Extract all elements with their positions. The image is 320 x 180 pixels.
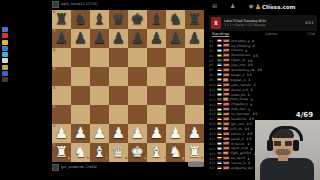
square-h6[interactable]	[185, 48, 204, 67]
piece-black-bishop: ♝	[90, 10, 109, 29]
black-player-name: dark_horse21 (2716)	[61, 2, 98, 6]
square-e3[interactable]	[128, 105, 147, 124]
square-d1[interactable]: ♛d	[109, 143, 128, 162]
square-g4[interactable]	[166, 86, 185, 105]
square-b8[interactable]: ♞	[71, 10, 90, 29]
country-flag-icon	[218, 64, 222, 67]
square-h4[interactable]	[185, 86, 204, 105]
player-username: bogdan_d	[230, 78, 246, 82]
player-username: oleks_bk	[231, 92, 245, 96]
app-icon-6[interactable]	[2, 58, 8, 63]
player-score: 3	[253, 83, 255, 87]
title-badge: GM	[223, 68, 230, 71]
coord-file-h: h	[201, 156, 203, 160]
piece-black-knight: ♞	[166, 10, 185, 29]
country-flag-icon	[218, 122, 222, 125]
player-score: 3.5	[257, 68, 262, 72]
square-f3[interactable]	[147, 105, 166, 124]
pawn-icon[interactable]: ♟	[230, 3, 235, 9]
coord-rank-1: 1	[53, 143, 55, 147]
player-score: 3	[248, 107, 250, 111]
stream-score-overlay: 4/69	[283, 111, 313, 119]
player-username: platy_three	[230, 97, 248, 101]
player-score: 3.5	[248, 63, 253, 67]
piece-white-pawn: ♟	[166, 124, 185, 143]
title-badge: GM	[223, 112, 230, 115]
coord-file-a: a	[68, 156, 70, 160]
square-c6[interactable]	[90, 48, 109, 67]
player-score: 2	[248, 142, 250, 146]
standings-rank: #24	[209, 151, 216, 155]
country-flag-icon	[218, 59, 222, 62]
standings-rank: #26	[209, 161, 216, 165]
piece-black-bishop: ♝	[147, 10, 166, 29]
piece-white-pawn: ♟	[147, 124, 166, 143]
app-icon-2[interactable]	[2, 33, 8, 38]
country-flag-icon	[218, 167, 222, 170]
square-e5[interactable]	[128, 67, 147, 86]
piece-black-rook: ♜	[185, 10, 204, 29]
title-badge: GM	[223, 88, 230, 91]
square-b3[interactable]	[71, 105, 90, 124]
player-score: 2.5	[249, 117, 254, 121]
square-a8[interactable]: ♜8	[52, 10, 71, 29]
headphones-right-cup	[293, 140, 299, 151]
square-d4[interactable]	[109, 86, 128, 105]
piece-black-pawn: ♟	[71, 29, 90, 48]
subtab-games[interactable]: Games	[265, 32, 277, 37]
standings-rank: #22	[209, 142, 216, 146]
title-badge: IM	[223, 78, 228, 81]
piece-black-king: ♚	[128, 10, 147, 29]
player-score: 3	[250, 88, 252, 92]
player-score: 3	[251, 97, 253, 101]
streamer-torso	[260, 158, 314, 180]
standings-rank: #25	[209, 156, 216, 160]
top-player-bar: dark_horse21 (2716)	[52, 0, 134, 8]
player-username: mitrabha_g	[231, 38, 249, 42]
title-badge: GM	[223, 166, 230, 169]
country-flag-icon	[218, 98, 222, 101]
coord-file-e: e	[144, 156, 146, 160]
standings-rank: #19	[209, 127, 216, 131]
country-flag-icon	[218, 73, 222, 76]
standings-rank: #21	[209, 137, 216, 141]
title-badge: GM	[223, 103, 230, 106]
player-username: tal_spirit	[231, 156, 245, 160]
square-c5[interactable]	[90, 67, 109, 86]
title-badge: GM	[223, 63, 230, 66]
player-username: tigran_lp	[231, 58, 245, 62]
piece-black-queen: ♛	[109, 10, 128, 29]
title-badge: GM	[223, 93, 230, 96]
coord-rank-8: 8	[53, 10, 55, 14]
country-flag-icon	[218, 132, 222, 135]
glasses-right-lens	[285, 141, 292, 146]
player-username: msb_two	[231, 107, 245, 111]
player-username: endgame_wiz	[231, 166, 253, 170]
square-e8[interactable]: ♚	[128, 10, 147, 29]
headphones-left-cup	[267, 140, 273, 151]
coord-file-d: d	[125, 156, 127, 160]
square-g5[interactable]	[166, 67, 185, 86]
black-player-avatar	[52, 1, 59, 8]
square-h7[interactable]: ♟	[185, 29, 204, 48]
square-h3[interactable]	[185, 105, 204, 124]
square-c7[interactable]: ♟	[90, 29, 109, 48]
player-score: 2	[248, 161, 250, 165]
white-player-name: gm_streamer (2984)	[61, 165, 97, 169]
app-icon-4[interactable]	[2, 46, 8, 51]
tournament-header[interactable]: ♜ Late-Titled-Tuesday-Blitz 3 | 1 • Swis…	[209, 15, 317, 31]
headphones-band	[269, 126, 303, 141]
player-score: 2	[251, 146, 253, 150]
coord-rank-2: 2	[53, 124, 55, 128]
player-username: tt_falcon	[231, 141, 245, 145]
square-g1[interactable]: ♞g	[166, 143, 185, 162]
tournament-meta: 3 | 1 • Swiss • 11 Rounds	[224, 23, 261, 25]
square-f6[interactable]	[147, 48, 166, 67]
player-username: rapid_rook	[231, 146, 248, 150]
player-score: 3	[250, 102, 252, 106]
square-b6[interactable]	[71, 48, 90, 67]
square-c8[interactable]: ♝	[90, 10, 109, 29]
standings-rank: #2	[209, 44, 216, 48]
player-score: 2.5	[247, 132, 252, 136]
player-username: zhigalko_s	[231, 102, 248, 106]
square-a2[interactable]: ♟2	[52, 124, 71, 143]
player-username: sergei_z	[231, 73, 244, 77]
country-flag-icon	[218, 113, 222, 116]
player-score: 3.5	[253, 53, 258, 57]
standings-rank: #27	[209, 166, 216, 170]
player-score: 3.5	[247, 73, 252, 77]
title-badge: GM	[223, 44, 230, 47]
square-b1[interactable]: ♞b	[71, 143, 90, 162]
title-badge: IM	[223, 151, 228, 154]
square-h8[interactable]: ♜	[185, 10, 204, 29]
player-username: duranduvan	[231, 53, 251, 57]
square-g7[interactable]: ♟	[166, 29, 185, 48]
country-flag-icon	[218, 162, 222, 165]
square-a4[interactable]: 4	[52, 86, 71, 105]
app-icon-1[interactable]	[2, 27, 8, 32]
title-badge: GM	[223, 137, 230, 140]
tournament-info: Late-Titled-Tuesday-Blitz 3 | 1 • Swiss …	[224, 19, 298, 27]
player-score: 2.5	[247, 122, 252, 126]
square-d8[interactable]: ♛	[109, 10, 128, 29]
country-flag-icon	[218, 118, 222, 121]
country-flag-icon	[218, 78, 222, 81]
standings-rank: #12	[209, 93, 216, 97]
coord-rank-4: 4	[53, 86, 55, 90]
square-c2[interactable]: ♟	[90, 124, 109, 143]
title-badge: IM	[223, 127, 228, 130]
square-g6[interactable]	[166, 48, 185, 67]
standings-rank: #10	[209, 83, 216, 87]
square-f1[interactable]: ♝f	[147, 143, 166, 162]
country-flag-icon	[218, 54, 222, 57]
title-badge: IM	[223, 98, 228, 101]
square-f2[interactable]: ♟	[147, 124, 166, 143]
standings-rank: #7	[209, 68, 216, 72]
standings-rank: #17	[209, 117, 216, 121]
standings-rank: #8	[209, 73, 216, 77]
app-icon-9[interactable]	[2, 77, 8, 82]
square-e1[interactable]: ♚e	[128, 143, 147, 162]
country-flag-icon	[218, 142, 222, 145]
title-badge: GM	[223, 39, 230, 42]
square-b2[interactable]: ♟	[71, 124, 90, 143]
standings-rank: #1	[209, 39, 216, 43]
square-h2[interactable]: ♟	[185, 124, 204, 143]
square-f8[interactable]: ♝	[147, 10, 166, 29]
player-username: nihalov	[231, 48, 243, 52]
square-a7[interactable]: ♟7	[52, 29, 71, 48]
square-b4[interactable]	[71, 86, 90, 105]
square-d5[interactable]	[109, 67, 128, 86]
square-a1[interactable]: ♜1a	[52, 143, 71, 162]
player-username: night_gambit	[230, 151, 251, 155]
country-flag-icon	[218, 39, 222, 42]
piece-black-pawn: ♟	[109, 29, 128, 48]
title-badge: GM	[223, 147, 230, 150]
square-e4[interactable]	[128, 86, 147, 105]
sidebar-tab-row: ⊞ ♟ ◉ ✉	[212, 3, 272, 9]
country-flag-icon	[218, 49, 222, 52]
square-e7[interactable]: ♟	[128, 29, 147, 48]
square-a6[interactable]: 6	[52, 48, 71, 67]
square-f5[interactable]	[147, 67, 166, 86]
square-h5[interactable]	[185, 67, 204, 86]
square-b7[interactable]: ♟	[71, 29, 90, 48]
title-badge: GM	[223, 161, 230, 164]
country-flag-icon	[218, 44, 222, 47]
board-corner-overlay-button[interactable]	[188, 161, 204, 167]
square-c4[interactable]	[90, 86, 109, 105]
title-badge: GM	[223, 132, 230, 135]
glasses-left-lens	[274, 141, 281, 146]
standings-rank: #6	[209, 63, 216, 67]
country-flag-icon	[218, 152, 222, 155]
country-flag-icon	[218, 88, 222, 91]
square-g8[interactable]: ♞	[166, 10, 185, 29]
player-username: alex_rustam	[231, 83, 251, 87]
standings-rank: #14	[209, 102, 216, 106]
player-score: 4	[252, 39, 254, 43]
subtab-chat[interactable]: Chat	[307, 32, 315, 37]
country-flag-icon	[218, 103, 222, 106]
square-b5[interactable]	[71, 67, 90, 86]
title-badge: GM	[223, 122, 230, 125]
white-player-avatar	[52, 164, 59, 171]
subtab-standings[interactable]: Standings	[212, 32, 229, 37]
country-flag-icon	[218, 93, 222, 96]
country-flag-icon	[218, 147, 222, 150]
app-icon-7[interactable]	[2, 65, 8, 70]
country-flag-icon	[218, 108, 222, 111]
standings-rank: #15	[209, 107, 216, 111]
country-flag-icon	[218, 157, 222, 160]
piece-black-pawn: ♟	[147, 29, 166, 48]
player-username: elmiro_v	[231, 132, 245, 136]
title-badge: GM	[223, 117, 230, 120]
chat-icon[interactable]: ✉	[267, 3, 272, 9]
piece-black-pawn: ♟	[128, 29, 147, 48]
country-flag-icon	[218, 83, 222, 86]
title-badge: GM	[223, 73, 230, 76]
country-flag-icon	[218, 137, 222, 140]
square-e6[interactable]	[128, 48, 147, 67]
app-icon-5[interactable]	[2, 52, 8, 57]
square-d2[interactable]: ♟	[109, 124, 128, 143]
coord-rank-3: 3	[53, 105, 55, 109]
coord-rank-5: 5	[53, 67, 55, 71]
title-badge: GM	[223, 54, 230, 57]
square-f4[interactable]	[147, 86, 166, 105]
players-icon[interactable]: ◉	[248, 3, 253, 9]
player-username: vs_hammer	[231, 112, 250, 116]
standings-rank: #4	[209, 53, 216, 57]
square-c3[interactable]	[90, 105, 109, 124]
player-score: 2.5	[247, 137, 252, 141]
bottom-player-bar: gm_streamer (2984)	[52, 163, 133, 171]
standings-rank: #23	[209, 146, 216, 150]
webcam-feed	[255, 120, 320, 180]
piece-black-knight: ♞	[71, 10, 90, 29]
player-score: 2.5	[252, 112, 257, 116]
country-flag-icon	[218, 127, 222, 130]
piece-white-pawn: ♟	[109, 124, 128, 143]
player-username: fandorine	[231, 117, 247, 121]
round-indicator: 4/11	[305, 21, 314, 25]
title-badge: GM	[223, 142, 230, 145]
piece-black-pawn: ♟	[166, 29, 185, 48]
standings-rank: #11	[209, 88, 216, 92]
streamer-beard	[276, 149, 290, 155]
player-score: 4	[253, 44, 255, 48]
piece-white-pawn: ♟	[185, 124, 204, 143]
player-score: 2	[247, 156, 249, 160]
square-f7[interactable]: ♟	[147, 29, 166, 48]
app-icon-8[interactable]	[2, 71, 8, 76]
player-username: wonderboy_dk	[231, 68, 255, 72]
coord-file-g: g	[182, 156, 184, 160]
grid-icon[interactable]: ⊞	[212, 3, 217, 9]
standings-rank: #16	[209, 112, 216, 116]
square-d3[interactable]	[109, 105, 128, 124]
square-e2[interactable]: ♟	[128, 124, 147, 143]
standings-rank: #5	[209, 58, 216, 62]
tournament-title: Late-Titled-Tuesday-Blitz	[224, 19, 261, 21]
coord-rank-6: 6	[53, 48, 55, 52]
piece-black-pawn: ♟	[185, 29, 204, 48]
piece-white-pawn: ♟	[128, 124, 147, 143]
coord-rank-7: 7	[53, 29, 55, 33]
square-g3[interactable]	[166, 105, 185, 124]
standings-rank: #3	[209, 48, 216, 52]
title-badge: GM	[223, 58, 230, 61]
standings-rank: #18	[209, 122, 216, 126]
player-username: daniel_nrd	[231, 87, 248, 91]
standings-rank: #13	[209, 97, 216, 101]
player-score: 4	[245, 48, 247, 52]
player-score: 3.5	[248, 58, 253, 62]
player-username: kd_blitzking	[231, 43, 250, 47]
title-badge: GM	[223, 83, 230, 86]
coord-file-b: b	[87, 156, 89, 160]
square-c1[interactable]: ♝c	[90, 143, 109, 162]
standings-rank: #9	[209, 78, 216, 82]
tournament-badge-icon: ♜	[211, 17, 221, 29]
player-username: caruso_b	[231, 161, 246, 165]
player-score: 3	[248, 93, 250, 97]
piece-white-pawn: ♟	[90, 124, 109, 143]
square-d6[interactable]	[109, 48, 128, 67]
title-badge: GM	[223, 156, 230, 159]
player-username: kirill_sh	[230, 127, 242, 131]
player-username: pavel_tr	[231, 136, 244, 140]
square-g2[interactable]: ♟	[166, 124, 185, 143]
player-username: jose_mtz	[231, 63, 245, 67]
country-flag-icon	[218, 69, 222, 72]
title-badge: GM	[223, 49, 230, 52]
square-d7[interactable]: ♟	[109, 29, 128, 48]
player-score: 2.5	[244, 127, 249, 131]
stream-screen: dark_horse21 (2716) ♜8♞♝♛♚♝♞♜♟7♟♟♟♟♟♟♟65…	[0, 0, 320, 180]
app-icon-3[interactable]	[2, 40, 8, 45]
player-username: gm_ram	[231, 122, 244, 126]
app-taskbar	[2, 27, 10, 84]
title-badge: GM	[223, 107, 230, 110]
piece-white-pawn: ♟	[71, 124, 90, 143]
chess-board[interactable]: ♜8♞♝♛♚♝♞♜♟7♟♟♟♟♟♟♟6543♟2♟♟♟♟♟♟♟♜1a♞b♝c♛d…	[52, 10, 204, 162]
square-a5[interactable]: 5	[52, 67, 71, 86]
player-score: 3	[248, 78, 250, 82]
standings-rank: #20	[209, 132, 216, 136]
square-a3[interactable]: 3	[52, 105, 71, 124]
piece-black-pawn: ♟	[90, 29, 109, 48]
square-h1[interactable]: ♜h	[185, 143, 204, 162]
